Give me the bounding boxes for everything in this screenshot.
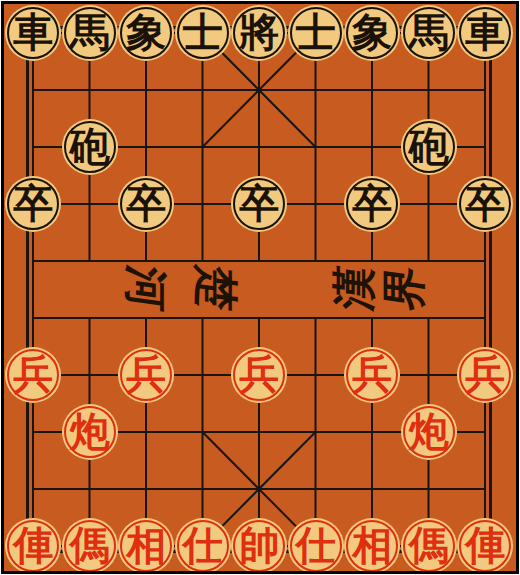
intersection-f2-r10[interactable]: 傌 xyxy=(62,517,119,574)
intersection-f9-r2[interactable] xyxy=(457,61,514,118)
piece-character: 卒 xyxy=(13,183,53,223)
intersection-f2-r3[interactable]: 砲 xyxy=(62,118,119,175)
piece-red-advisor[interactable]: 仕 xyxy=(288,518,344,574)
piece-character: 傌 xyxy=(70,525,110,565)
intersection-f6-r10[interactable]: 仕 xyxy=(288,517,345,574)
intersection-f5-r6[interactable] xyxy=(231,289,288,346)
piece-red-elephant[interactable]: 相 xyxy=(344,518,400,574)
intersection-f5-r10[interactable]: 帥 xyxy=(231,517,288,574)
piece-red-general[interactable]: 帥 xyxy=(231,518,287,574)
piece-character: 兵 xyxy=(13,354,53,394)
piece-character: 馬 xyxy=(409,12,449,52)
piece-character: 士 xyxy=(183,12,223,52)
piece-character: 卒 xyxy=(126,183,166,223)
piece-black-advisor[interactable]: 士 xyxy=(288,5,344,61)
intersection-f4-r6[interactable] xyxy=(175,289,232,346)
intersection-f6-r9[interactable] xyxy=(288,460,345,517)
intersection-f9-r3[interactable] xyxy=(457,118,514,175)
intersection-f2-r1[interactable]: 馬 xyxy=(62,4,119,61)
intersection-f2-r4[interactable] xyxy=(62,175,119,232)
intersection-f7-r10[interactable]: 相 xyxy=(344,517,401,574)
intersection-f9-r9[interactable] xyxy=(457,460,514,517)
piece-character: 卒 xyxy=(352,183,392,223)
piece-black-soldier[interactable]: 卒 xyxy=(118,176,174,232)
piece-character: 車 xyxy=(465,12,505,52)
intersection-f9-r10[interactable]: 俥 xyxy=(457,517,514,574)
intersection-f6-r8[interactable] xyxy=(288,403,345,460)
intersection-f9-r1[interactable]: 車 xyxy=(457,4,514,61)
intersection-f6-r3[interactable] xyxy=(288,118,345,175)
intersection-f2-r6[interactable] xyxy=(62,289,119,346)
intersection-f1-r6[interactable] xyxy=(5,289,62,346)
intersection-f5-r9[interactable] xyxy=(231,460,288,517)
intersection-f7-r1[interactable]: 象 xyxy=(344,4,401,61)
intersection-f6-r4[interactable] xyxy=(288,175,345,232)
intersection-f1-r2[interactable] xyxy=(5,61,62,118)
intersection-f4-r1[interactable]: 士 xyxy=(175,4,232,61)
piece-character: 俥 xyxy=(465,525,505,565)
intersection-f3-r5[interactable] xyxy=(118,232,175,289)
intersection-f7-r3[interactable] xyxy=(344,118,401,175)
piece-character: 砲 xyxy=(70,126,110,166)
intersection-f9-r7[interactable]: 兵 xyxy=(457,346,514,403)
piece-black-general[interactable]: 將 xyxy=(231,5,287,61)
piece-red-cannon[interactable]: 炮 xyxy=(62,404,118,460)
piece-red-advisor[interactable]: 仕 xyxy=(175,518,231,574)
piece-character: 仕 xyxy=(183,525,223,565)
intersection-f1-r7[interactable]: 兵 xyxy=(5,346,62,403)
intersection-f3-r1[interactable]: 象 xyxy=(118,4,175,61)
intersection-f5-r5[interactable] xyxy=(231,232,288,289)
piece-black-soldier[interactable]: 卒 xyxy=(457,176,513,232)
intersection-f2-r7[interactable] xyxy=(62,346,119,403)
intersection-f1-r4[interactable]: 卒 xyxy=(5,175,62,232)
piece-black-cannon[interactable]: 砲 xyxy=(401,119,457,175)
piece-character: 相 xyxy=(126,525,166,565)
piece-character: 砲 xyxy=(409,126,449,166)
intersection-f7-r8[interactable] xyxy=(344,403,401,460)
intersection-f8-r7[interactable] xyxy=(401,346,458,403)
intersection-f5-r2[interactable] xyxy=(231,61,288,118)
intersection-f3-r3[interactable] xyxy=(118,118,175,175)
intersection-f8-r8[interactable]: 炮 xyxy=(401,403,458,460)
intersection-f8-r9[interactable] xyxy=(401,460,458,517)
piece-character: 兵 xyxy=(352,354,392,394)
piece-black-elephant[interactable]: 象 xyxy=(344,5,400,61)
intersection-f1-r9[interactable] xyxy=(5,460,62,517)
intersection-f7-r2[interactable] xyxy=(344,61,401,118)
intersection-f8-r4[interactable] xyxy=(401,175,458,232)
piece-black-advisor[interactable]: 士 xyxy=(175,5,231,61)
piece-black-cannon[interactable]: 砲 xyxy=(62,119,118,175)
piece-character: 卒 xyxy=(239,183,279,223)
piece-red-elephant[interactable]: 相 xyxy=(118,518,174,574)
intersection-f4-r4[interactable] xyxy=(175,175,232,232)
intersection-f6-r2[interactable] xyxy=(288,61,345,118)
piece-black-elephant[interactable]: 象 xyxy=(118,5,174,61)
intersection-f5-r3[interactable] xyxy=(231,118,288,175)
intersection-f4-r2[interactable] xyxy=(175,61,232,118)
piece-character: 俥 xyxy=(13,525,53,565)
intersection-f5-r1[interactable]: 將 xyxy=(231,4,288,61)
piece-character: 傌 xyxy=(409,525,449,565)
piece-character: 兵 xyxy=(465,354,505,394)
piece-character: 炮 xyxy=(70,411,110,451)
piece-red-cannon[interactable]: 炮 xyxy=(401,404,457,460)
intersection-f1-r10[interactable]: 俥 xyxy=(5,517,62,574)
intersection-f4-r3[interactable] xyxy=(175,118,232,175)
intersection-f3-r6[interactable] xyxy=(118,289,175,346)
piece-character: 車 xyxy=(13,12,53,52)
intersection-f8-r1[interactable]: 馬 xyxy=(401,4,458,61)
piece-character: 象 xyxy=(126,12,166,52)
piece-character: 帥 xyxy=(239,525,279,565)
intersection-f9-r4[interactable]: 卒 xyxy=(457,175,514,232)
piece-black-soldier[interactable]: 卒 xyxy=(5,176,61,232)
intersection-f2-r8[interactable]: 炮 xyxy=(62,403,119,460)
piece-character: 兵 xyxy=(239,354,279,394)
piece-black-chariot[interactable]: 車 xyxy=(457,5,513,61)
intersection-f9-r6[interactable] xyxy=(457,289,514,346)
piece-black-soldier[interactable]: 卒 xyxy=(344,176,400,232)
intersection-f4-r7[interactable] xyxy=(175,346,232,403)
intersection-f8-r6[interactable] xyxy=(401,289,458,346)
intersection-f1-r5[interactable] xyxy=(5,232,62,289)
intersection-f4-r9[interactable] xyxy=(175,460,232,517)
intersection-f3-r7[interactable]: 兵 xyxy=(118,346,175,403)
intersection-f3-r4[interactable]: 卒 xyxy=(118,175,175,232)
intersection-f2-r2[interactable] xyxy=(62,61,119,118)
intersection-f8-r3[interactable]: 砲 xyxy=(401,118,458,175)
piece-black-chariot[interactable]: 車 xyxy=(5,5,61,61)
intersection-f8-r2[interactable] xyxy=(401,61,458,118)
intersection-f4-r8[interactable] xyxy=(175,403,232,460)
piece-character: 將 xyxy=(239,12,279,52)
piece-character: 仕 xyxy=(296,525,336,565)
intersection-f1-r3[interactable] xyxy=(5,118,62,175)
intersection-f4-r5[interactable] xyxy=(175,232,232,289)
intersection-f2-r9[interactable] xyxy=(62,460,119,517)
intersection-f7-r4[interactable]: 卒 xyxy=(344,175,401,232)
intersection-f7-r7[interactable]: 兵 xyxy=(344,346,401,403)
piece-red-chariot[interactable]: 俥 xyxy=(5,518,61,574)
intersection-f6-r6[interactable] xyxy=(288,289,345,346)
piece-black-soldier[interactable]: 卒 xyxy=(231,176,287,232)
piece-red-soldier[interactable]: 兵 xyxy=(457,347,513,403)
intersection-f6-r7[interactable] xyxy=(288,346,345,403)
piece-character: 炮 xyxy=(409,411,449,451)
intersection-f6-r5[interactable] xyxy=(288,232,345,289)
piece-red-horse[interactable]: 傌 xyxy=(401,518,457,574)
intersection-f5-r4[interactable]: 卒 xyxy=(231,175,288,232)
intersection-f7-r6[interactable] xyxy=(344,289,401,346)
intersection-f3-r9[interactable] xyxy=(118,460,175,517)
intersection-f5-r7[interactable]: 兵 xyxy=(231,346,288,403)
intersection-f2-r5[interactable] xyxy=(62,232,119,289)
intersection-f8-r10[interactable]: 傌 xyxy=(401,517,458,574)
intersection-f3-r10[interactable]: 相 xyxy=(118,517,175,574)
piece-black-horse[interactable]: 馬 xyxy=(401,5,457,61)
intersection-f6-r1[interactable]: 士 xyxy=(288,4,345,61)
intersection-f1-r1[interactable]: 車 xyxy=(5,4,62,61)
intersection-f4-r10[interactable]: 仕 xyxy=(175,517,232,574)
piece-character: 士 xyxy=(296,12,336,52)
piece-red-soldier[interactable]: 兵 xyxy=(231,347,287,403)
intersection-f1-r8[interactable] xyxy=(5,403,62,460)
xiangqi-board: 河楚 漢界 車馬象士將士象馬車砲砲卒卒卒卒卒兵兵兵兵兵炮炮俥傌相仕帥仕相傌俥 xyxy=(0,0,520,575)
piece-red-soldier[interactable]: 兵 xyxy=(5,347,61,403)
piece-character: 相 xyxy=(352,525,392,565)
intersection-f9-r5[interactable] xyxy=(457,232,514,289)
intersection-f7-r9[interactable] xyxy=(344,460,401,517)
piece-red-chariot[interactable]: 俥 xyxy=(457,518,513,574)
piece-character: 象 xyxy=(352,12,392,52)
piece-character: 兵 xyxy=(126,354,166,394)
intersection-f3-r2[interactable] xyxy=(118,61,175,118)
intersection-f7-r5[interactable] xyxy=(344,232,401,289)
piece-red-soldier[interactable]: 兵 xyxy=(344,347,400,403)
piece-red-horse[interactable]: 傌 xyxy=(62,518,118,574)
intersection-f5-r8[interactable] xyxy=(231,403,288,460)
intersection-f3-r8[interactable] xyxy=(118,403,175,460)
intersection-f8-r5[interactable] xyxy=(401,232,458,289)
pieces-grid: 車馬象士將士象馬車砲砲卒卒卒卒卒兵兵兵兵兵炮炮俥傌相仕帥仕相傌俥 xyxy=(5,4,514,574)
piece-character: 卒 xyxy=(465,183,505,223)
piece-black-horse[interactable]: 馬 xyxy=(62,5,118,61)
intersection-f9-r8[interactable] xyxy=(457,403,514,460)
piece-red-soldier[interactable]: 兵 xyxy=(118,347,174,403)
piece-character: 馬 xyxy=(70,12,110,52)
